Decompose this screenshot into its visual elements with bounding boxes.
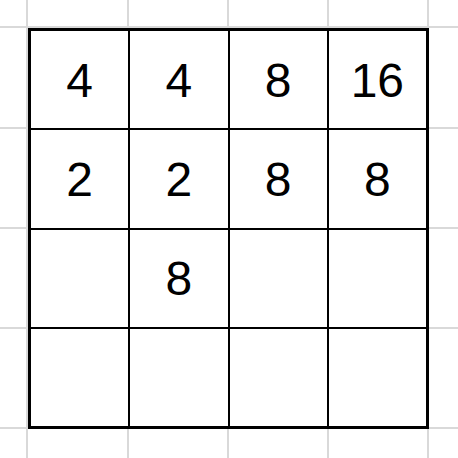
cell-r4c2: [129, 328, 228, 427]
cell-r4c1: [30, 328, 129, 427]
cell-r3c3: [229, 229, 328, 328]
cell-r3c1: [30, 229, 129, 328]
cell-r3c4: [328, 229, 427, 328]
cell-r4c3: [229, 328, 328, 427]
spreadsheet-canvas: 4 4 8 16 2 2 8 8 8: [0, 0, 458, 458]
cell-r1c1: 4: [30, 30, 129, 129]
cell-r1c2: 4: [129, 30, 228, 129]
cell-r1c4: 16: [328, 30, 427, 129]
cell-r1c3: 8: [229, 30, 328, 129]
cell-r2c4: 8: [328, 129, 427, 228]
cell-r2c3: 8: [229, 129, 328, 228]
cell-r4c4: [328, 328, 427, 427]
cell-r2c2: 2: [129, 129, 228, 228]
game-board-2048: 4 4 8 16 2 2 8 8 8: [28, 28, 429, 429]
cell-r2c1: 2: [30, 129, 129, 228]
cell-r3c2: 8: [129, 229, 228, 328]
